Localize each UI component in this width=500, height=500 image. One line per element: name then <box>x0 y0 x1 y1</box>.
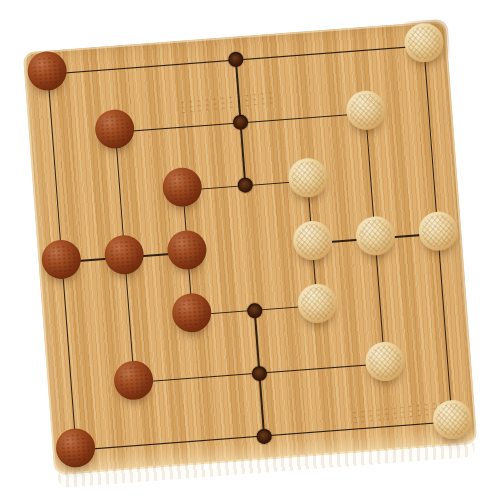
morris-board <box>23 21 478 476</box>
board-side-edge <box>57 442 475 488</box>
playfield <box>47 45 452 450</box>
hole-d7 <box>256 428 272 444</box>
light-piece-g7[interactable] <box>432 399 474 441</box>
product-photo <box>0 0 500 500</box>
